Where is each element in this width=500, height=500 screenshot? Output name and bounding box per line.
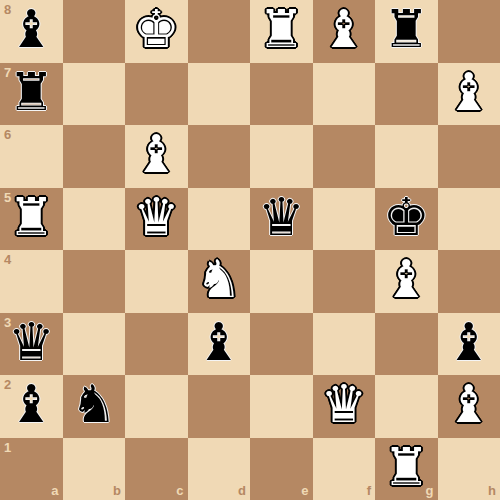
- square-e3[interactable]: [250, 313, 313, 376]
- square-b4[interactable]: [63, 250, 126, 313]
- black-king-icon[interactable]: ♚: [383, 191, 430, 243]
- square-b3[interactable]: [63, 313, 126, 376]
- square-a1[interactable]: 1a: [0, 438, 63, 500]
- square-h6[interactable]: [438, 125, 500, 188]
- square-b5[interactable]: [63, 188, 126, 251]
- black-queen-icon[interactable]: ♛: [258, 191, 305, 243]
- square-c8[interactable]: ♚: [125, 0, 188, 63]
- white-bishop-icon[interactable]: ♝: [320, 3, 367, 55]
- square-e7[interactable]: [250, 63, 313, 126]
- file-label-f: f: [367, 484, 371, 497]
- file-label-e: e: [301, 484, 308, 497]
- square-a8[interactable]: 8♝: [0, 0, 63, 63]
- square-h2[interactable]: ♝: [438, 375, 500, 438]
- square-g8[interactable]: ♜: [375, 0, 438, 63]
- square-h4[interactable]: [438, 250, 500, 313]
- square-d8[interactable]: [188, 0, 251, 63]
- square-b1[interactable]: b: [63, 438, 126, 500]
- white-queen-icon[interactable]: ♛: [133, 191, 180, 243]
- square-c6[interactable]: ♝: [125, 125, 188, 188]
- square-a5[interactable]: 5♜: [0, 188, 63, 251]
- square-c3[interactable]: [125, 313, 188, 376]
- square-c4[interactable]: [125, 250, 188, 313]
- square-e5[interactable]: ♛: [250, 188, 313, 251]
- square-c5[interactable]: ♛: [125, 188, 188, 251]
- white-queen-icon[interactable]: ♛: [320, 378, 367, 430]
- square-h5[interactable]: [438, 188, 500, 251]
- square-d4[interactable]: ♞: [188, 250, 251, 313]
- square-h7[interactable]: ♝: [438, 63, 500, 126]
- white-bishop-icon[interactable]: ♝: [445, 378, 492, 430]
- square-g4[interactable]: ♝: [375, 250, 438, 313]
- white-king-icon[interactable]: ♚: [133, 3, 180, 55]
- square-a3[interactable]: 3♛: [0, 313, 63, 376]
- square-f3[interactable]: [313, 313, 376, 376]
- file-label-b: b: [113, 484, 121, 497]
- black-queen-icon[interactable]: ♛: [8, 316, 55, 368]
- rank-label-4: 4: [4, 253, 11, 266]
- square-a4[interactable]: 4: [0, 250, 63, 313]
- square-e1[interactable]: e: [250, 438, 313, 500]
- rank-label-1: 1: [4, 441, 11, 454]
- square-f5[interactable]: [313, 188, 376, 251]
- white-knight-icon[interactable]: ♞: [195, 253, 242, 305]
- file-label-d: d: [238, 484, 246, 497]
- square-h3[interactable]: ♝: [438, 313, 500, 376]
- square-d6[interactable]: [188, 125, 251, 188]
- square-d1[interactable]: d: [188, 438, 251, 500]
- rank-label-6: 6: [4, 128, 11, 141]
- square-f7[interactable]: [313, 63, 376, 126]
- square-h1[interactable]: h: [438, 438, 500, 500]
- square-b2[interactable]: ♞: [63, 375, 126, 438]
- square-f1[interactable]: f: [313, 438, 376, 500]
- square-d5[interactable]: [188, 188, 251, 251]
- square-d2[interactable]: [188, 375, 251, 438]
- square-e4[interactable]: [250, 250, 313, 313]
- square-e8[interactable]: ♜: [250, 0, 313, 63]
- square-f4[interactable]: [313, 250, 376, 313]
- black-bishop-icon[interactable]: ♝: [8, 3, 55, 55]
- black-bishop-icon[interactable]: ♝: [8, 378, 55, 430]
- square-e2[interactable]: [250, 375, 313, 438]
- white-bishop-icon[interactable]: ♝: [445, 66, 492, 118]
- square-e6[interactable]: [250, 125, 313, 188]
- black-knight-icon[interactable]: ♞: [70, 378, 117, 430]
- square-b8[interactable]: [63, 0, 126, 63]
- square-g6[interactable]: [375, 125, 438, 188]
- file-label-h: h: [488, 484, 496, 497]
- square-h8[interactable]: [438, 0, 500, 63]
- square-c7[interactable]: [125, 63, 188, 126]
- black-rook-icon[interactable]: ♜: [8, 66, 55, 118]
- square-f6[interactable]: [313, 125, 376, 188]
- white-rook-icon[interactable]: ♜: [8, 191, 55, 243]
- square-g7[interactable]: [375, 63, 438, 126]
- file-label-c: c: [176, 484, 183, 497]
- square-g2[interactable]: [375, 375, 438, 438]
- square-a7[interactable]: 7♜: [0, 63, 63, 126]
- white-rook-icon[interactable]: ♜: [258, 3, 305, 55]
- square-d7[interactable]: [188, 63, 251, 126]
- black-bishop-icon[interactable]: ♝: [195, 316, 242, 368]
- black-rook-icon[interactable]: ♜: [383, 3, 430, 55]
- square-f8[interactable]: ♝: [313, 0, 376, 63]
- square-g1[interactable]: g♜: [375, 438, 438, 500]
- white-bishop-icon[interactable]: ♝: [133, 128, 180, 180]
- square-b7[interactable]: [63, 63, 126, 126]
- square-c1[interactable]: c: [125, 438, 188, 500]
- square-c2[interactable]: [125, 375, 188, 438]
- white-bishop-icon[interactable]: ♝: [383, 253, 430, 305]
- square-a2[interactable]: 2♝: [0, 375, 63, 438]
- square-g5[interactable]: ♚: [375, 188, 438, 251]
- square-g3[interactable]: [375, 313, 438, 376]
- square-a6[interactable]: 6: [0, 125, 63, 188]
- square-b6[interactable]: [63, 125, 126, 188]
- square-f2[interactable]: ♛: [313, 375, 376, 438]
- chess-board: 8♝♚♜♝♜7♜♝6♝5♜♛♛♚4♞♝3♛♝♝2♝♞♛♝1abcdefg♜h: [0, 0, 500, 500]
- file-label-a: a: [51, 484, 58, 497]
- black-bishop-icon[interactable]: ♝: [445, 316, 492, 368]
- white-rook-icon[interactable]: ♜: [383, 441, 430, 493]
- square-d3[interactable]: ♝: [188, 313, 251, 376]
